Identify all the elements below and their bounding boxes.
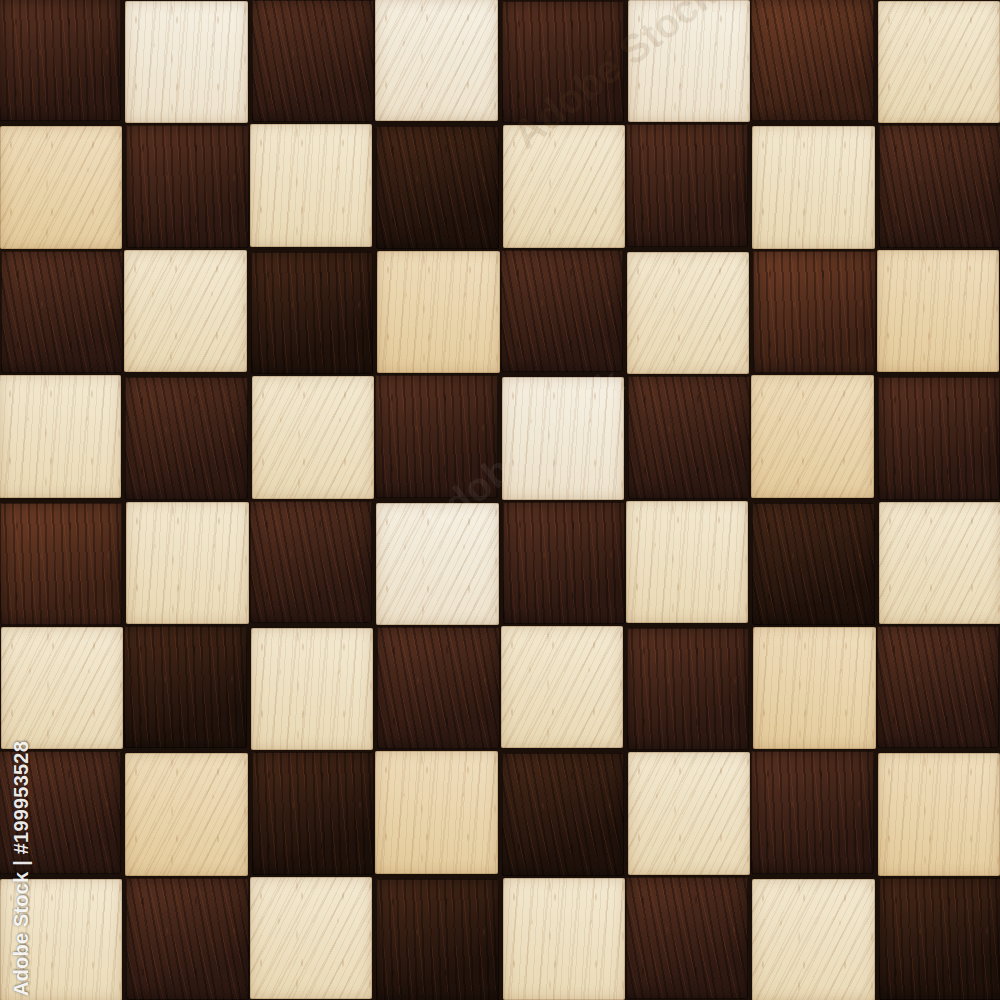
square-g4 xyxy=(752,503,874,625)
board-photo: Adobe Stock Adobe Stock Adobe Stock | #1… xyxy=(0,0,1000,1000)
square-c1 xyxy=(250,877,372,999)
square-a1 xyxy=(0,879,122,1000)
square-g6 xyxy=(753,251,875,373)
square-h4 xyxy=(879,502,1000,624)
square-d4 xyxy=(376,503,498,625)
square-f6 xyxy=(627,252,749,374)
square-b2 xyxy=(125,753,247,875)
square-b7 xyxy=(126,125,248,247)
square-e8 xyxy=(502,1,624,123)
square-h1 xyxy=(879,878,1000,1000)
square-h7 xyxy=(879,125,1000,247)
square-h5 xyxy=(878,377,1000,499)
square-c5 xyxy=(252,376,374,498)
square-h3 xyxy=(877,626,999,748)
square-c2 xyxy=(252,752,374,874)
square-e4 xyxy=(503,502,625,624)
square-d8 xyxy=(375,0,497,121)
square-b6 xyxy=(124,250,246,372)
square-d3 xyxy=(377,627,499,749)
square-e1 xyxy=(503,878,625,1000)
square-a8 xyxy=(0,0,121,121)
square-h8 xyxy=(878,1,1000,123)
square-f7 xyxy=(626,124,748,246)
square-f1 xyxy=(626,877,748,999)
square-e2 xyxy=(502,753,624,875)
chessboard xyxy=(0,0,1000,1000)
square-e6 xyxy=(501,250,623,372)
square-e3 xyxy=(501,626,623,748)
square-d2 xyxy=(375,751,497,873)
square-c7 xyxy=(250,124,372,246)
square-e5 xyxy=(502,377,624,499)
square-a2 xyxy=(0,751,121,873)
square-g1 xyxy=(752,879,874,1000)
square-f2 xyxy=(628,752,750,874)
square-b4 xyxy=(126,502,248,624)
square-a6 xyxy=(1,251,123,373)
square-d1 xyxy=(376,879,498,1000)
square-g5 xyxy=(751,375,873,497)
square-h2 xyxy=(878,753,1000,875)
square-c4 xyxy=(250,501,372,623)
square-b5 xyxy=(125,377,247,499)
square-f8 xyxy=(628,0,750,122)
square-g2 xyxy=(751,751,873,873)
square-d7 xyxy=(376,126,498,248)
square-c3 xyxy=(251,628,373,750)
square-b3 xyxy=(124,626,246,748)
square-h6 xyxy=(877,250,999,372)
square-f5 xyxy=(628,376,750,498)
square-g7 xyxy=(752,126,874,248)
square-a5 xyxy=(0,375,121,497)
square-g3 xyxy=(753,627,875,749)
square-f3 xyxy=(627,628,749,750)
square-b8 xyxy=(125,1,247,123)
square-a4 xyxy=(0,503,122,625)
square-c8 xyxy=(252,0,374,122)
square-a7 xyxy=(0,126,122,248)
square-a3 xyxy=(1,627,123,749)
square-c6 xyxy=(251,252,373,374)
square-g8 xyxy=(751,0,873,121)
square-e7 xyxy=(503,125,625,247)
square-f4 xyxy=(626,501,748,623)
square-d5 xyxy=(375,375,497,497)
square-b1 xyxy=(126,878,248,1000)
square-d6 xyxy=(377,251,499,373)
